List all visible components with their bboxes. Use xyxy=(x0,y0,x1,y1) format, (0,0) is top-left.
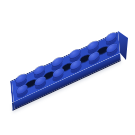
lego-plate xyxy=(10,31,121,111)
product-image xyxy=(0,0,135,135)
